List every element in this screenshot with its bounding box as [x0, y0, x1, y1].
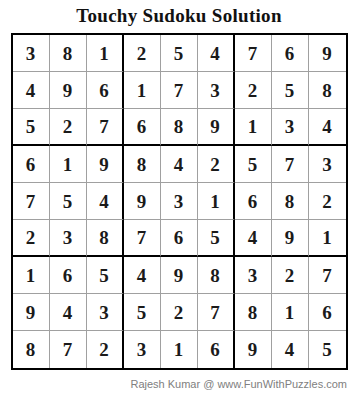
cell-r4c8: 7: [272, 146, 309, 183]
cell-r2c8: 5: [272, 72, 309, 109]
cell-r8c5: 2: [161, 294, 198, 331]
cell-r9c1: 8: [13, 331, 50, 368]
cell-r4c4: 8: [124, 146, 161, 183]
cell-r7c4: 4: [124, 257, 161, 294]
cell-r9c3: 2: [87, 331, 124, 368]
cell-r7c2: 6: [50, 257, 87, 294]
cell-r7c6: 8: [198, 257, 235, 294]
cell-r7c1: 1: [13, 257, 50, 294]
cell-r5c8: 8: [272, 183, 309, 220]
cell-r9c4: 3: [124, 331, 161, 368]
cell-r3c1: 5: [13, 109, 50, 146]
cell-r6c3: 8: [87, 220, 124, 257]
cell-r8c1: 9: [13, 294, 50, 331]
cell-r1c7: 7: [235, 35, 272, 72]
cell-r5c7: 6: [235, 183, 272, 220]
credit-text: Rajesh Kumar @ www.FunWithPuzzles.com: [0, 378, 358, 390]
cell-r8c9: 6: [309, 294, 346, 331]
cell-r6c1: 2: [13, 220, 50, 257]
cell-r4c9: 3: [309, 146, 346, 183]
cell-r7c9: 7: [309, 257, 346, 294]
page-title: Touchy Sudoku Solution: [0, 0, 358, 27]
cell-r4c5: 4: [161, 146, 198, 183]
cell-r5c9: 2: [309, 183, 346, 220]
cell-r3c2: 2: [50, 109, 87, 146]
cell-r9c5: 1: [161, 331, 198, 368]
cell-r5c2: 5: [50, 183, 87, 220]
cell-r7c5: 9: [161, 257, 198, 294]
cell-r2c4: 1: [124, 72, 161, 109]
cell-r7c8: 2: [272, 257, 309, 294]
cell-r9c9: 5: [309, 331, 346, 368]
cell-r8c2: 4: [50, 294, 87, 331]
cell-r6c7: 4: [235, 220, 272, 257]
cell-r4c7: 5: [235, 146, 272, 183]
cell-r1c4: 2: [124, 35, 161, 72]
cell-r1c8: 6: [272, 35, 309, 72]
cell-r4c6: 2: [198, 146, 235, 183]
cell-r4c3: 9: [87, 146, 124, 183]
cell-r3c9: 4: [309, 109, 346, 146]
cell-r6c4: 7: [124, 220, 161, 257]
cell-r2c7: 2: [235, 72, 272, 109]
cell-r5c5: 3: [161, 183, 198, 220]
cell-r3c8: 3: [272, 109, 309, 146]
cell-r3c6: 9: [198, 109, 235, 146]
cell-r3c7: 1: [235, 109, 272, 146]
cell-r5c4: 9: [124, 183, 161, 220]
cell-r8c6: 7: [198, 294, 235, 331]
cell-r1c1: 3: [13, 35, 50, 72]
cell-r8c4: 5: [124, 294, 161, 331]
cell-r5c1: 7: [13, 183, 50, 220]
cell-r9c6: 6: [198, 331, 235, 368]
cell-r8c7: 8: [235, 294, 272, 331]
cell-r3c4: 6: [124, 109, 161, 146]
cell-r9c8: 4: [272, 331, 309, 368]
cell-r6c8: 9: [272, 220, 309, 257]
cell-r3c3: 7: [87, 109, 124, 146]
cell-r3c5: 8: [161, 109, 198, 146]
cell-r7c7: 3: [235, 257, 272, 294]
cell-r1c2: 8: [50, 35, 87, 72]
sudoku-board: 3812547694961732585276891346198425737549…: [11, 33, 348, 370]
cell-r1c5: 5: [161, 35, 198, 72]
cell-r4c1: 6: [13, 146, 50, 183]
cell-r8c3: 3: [87, 294, 124, 331]
cell-r5c6: 1: [198, 183, 235, 220]
cell-r6c2: 3: [50, 220, 87, 257]
page: Touchy Sudoku Solution 38125476949617325…: [0, 0, 358, 400]
cell-r8c8: 1: [272, 294, 309, 331]
cell-r1c9: 9: [309, 35, 346, 72]
cell-r2c2: 9: [50, 72, 87, 109]
cell-r2c3: 6: [87, 72, 124, 109]
cell-r6c5: 6: [161, 220, 198, 257]
cell-r9c7: 9: [235, 331, 272, 368]
cell-r2c1: 4: [13, 72, 50, 109]
cell-r6c9: 1: [309, 220, 346, 257]
cell-r2c9: 8: [309, 72, 346, 109]
cell-r6c6: 5: [198, 220, 235, 257]
cell-r7c3: 5: [87, 257, 124, 294]
cell-r5c3: 4: [87, 183, 124, 220]
cell-r1c6: 4: [198, 35, 235, 72]
cell-r2c5: 7: [161, 72, 198, 109]
cell-r1c3: 1: [87, 35, 124, 72]
cell-r4c2: 1: [50, 146, 87, 183]
cell-r9c2: 7: [50, 331, 87, 368]
cell-r2c6: 3: [198, 72, 235, 109]
